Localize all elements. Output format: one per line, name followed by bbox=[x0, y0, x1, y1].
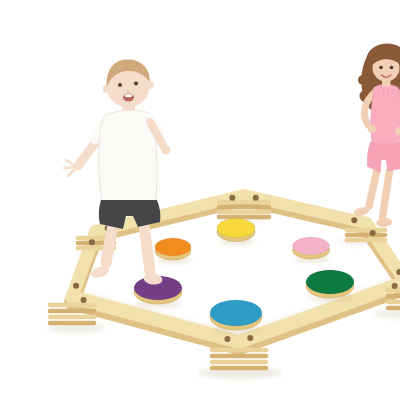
green-stone bbox=[306, 270, 354, 302]
boy-eye bbox=[118, 83, 122, 87]
boy-left-leg bbox=[106, 225, 113, 263]
dowel-peg bbox=[247, 335, 253, 341]
dowel-peg bbox=[229, 195, 235, 201]
boy-front-hand bbox=[162, 146, 171, 155]
dowel-peg bbox=[81, 297, 87, 303]
dowel-peg bbox=[73, 283, 79, 289]
boy-nose bbox=[126, 90, 129, 92]
product-photo bbox=[40, 16, 400, 400]
stone-top bbox=[217, 219, 255, 238]
dowel-peg bbox=[89, 239, 95, 245]
girl-eye bbox=[379, 66, 383, 70]
dowel-peg bbox=[351, 217, 357, 223]
dowel-peg bbox=[224, 336, 230, 342]
girl-hair-curl bbox=[358, 75, 368, 85]
boy-right-leg bbox=[144, 225, 150, 271]
stone-top bbox=[293, 237, 330, 255]
boy-ear bbox=[103, 85, 111, 93]
boy-teeth bbox=[125, 94, 133, 97]
stone-top bbox=[210, 300, 262, 326]
pink-stone bbox=[293, 237, 330, 263]
boy-eye bbox=[134, 81, 138, 85]
dowel-peg bbox=[392, 283, 398, 289]
dowel-peg bbox=[253, 195, 259, 201]
yellow-stone bbox=[217, 219, 255, 246]
scene-svg bbox=[40, 16, 400, 400]
blue-stone bbox=[210, 300, 262, 334]
stone-top bbox=[306, 270, 354, 294]
stone-top bbox=[155, 238, 191, 256]
girl-left-hand bbox=[368, 125, 376, 133]
orange-stone bbox=[155, 238, 191, 264]
dowel-peg bbox=[370, 230, 376, 236]
boy-ear bbox=[146, 81, 154, 89]
girl-top bbox=[371, 85, 400, 145]
girl-eye bbox=[390, 66, 394, 70]
